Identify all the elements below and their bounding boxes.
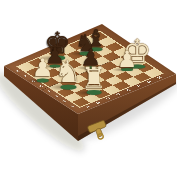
file-label: B — [94, 101, 102, 105]
rank-label: 5 — [37, 84, 45, 88]
rank-label: 4 — [45, 89, 53, 93]
rank-label: 8 — [14, 69, 22, 73]
file-label: E — [124, 88, 132, 92]
file-label: F — [135, 84, 143, 88]
rank-label: 1 — [68, 104, 76, 108]
file-label: D — [114, 92, 122, 96]
file-label: A — [84, 105, 92, 109]
chess-set-photo: ABCDEFGH12345678 ♝♞♚♚♟♟♟♟♞♜ — [0, 0, 177, 177]
rank-label: 3 — [52, 94, 60, 98]
rank-label: 2 — [60, 99, 68, 103]
file-label: C — [104, 96, 112, 100]
rank-label: 6 — [29, 79, 37, 83]
file-label: G — [145, 80, 153, 84]
rank-label: 7 — [21, 74, 29, 78]
file-label: H — [155, 75, 163, 79]
